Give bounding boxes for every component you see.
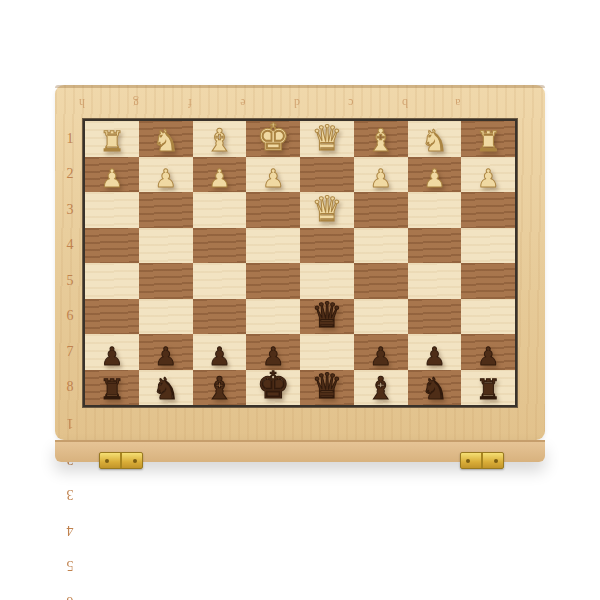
black-rook-h8[interactable]: ♜ [99,376,124,404]
left-rank-labels: 12345678 [55,121,85,405]
square-g8[interactable]: ♞ [139,370,193,406]
black-pawn-c7[interactable]: ♟ [369,344,391,369]
black-queen-d6[interactable]: ♛ [311,298,342,333]
rank-label-3: 3 [55,192,85,228]
rank-label-right-6: 6 [55,583,85,600]
square-a4[interactable] [461,228,515,264]
square-b7[interactable]: ♟ [408,334,462,370]
white-rook-h1[interactable]: ♜ [99,128,124,156]
square-a2[interactable]: ♟ [461,157,515,193]
white-queen-d3[interactable]: ♛ [311,192,342,227]
rank-label-right-3: 3 [55,476,85,512]
square-e5[interactable] [246,263,300,299]
rank-label-7: 7 [55,334,85,370]
square-g5[interactable] [139,263,193,299]
rank-label-right-4: 4 [55,512,85,548]
white-pawn-f2[interactable]: ♟ [208,166,230,191]
square-g3[interactable] [139,192,193,228]
square-h1[interactable]: ♜ [85,121,139,157]
rank-label-8: 8 [55,370,85,406]
black-pawn-f7[interactable]: ♟ [208,344,230,369]
square-b8[interactable]: ♞ [408,370,462,406]
square-b6[interactable] [408,299,462,335]
file-label-top-a: a [431,85,485,121]
square-f2[interactable]: ♟ [193,157,247,193]
square-f8[interactable]: ♝ [193,370,247,406]
square-h5[interactable] [85,263,139,299]
right-rank-labels: 12345678 [55,405,85,600]
square-c8[interactable]: ♝ [354,370,408,406]
square-e4[interactable] [246,228,300,264]
square-e1[interactable]: ♚ [246,121,300,157]
square-a5[interactable] [461,263,515,299]
rank-label-right-5: 5 [55,547,85,583]
square-a7[interactable]: ♟ [461,334,515,370]
square-e6[interactable] [246,299,300,335]
square-f6[interactable] [193,299,247,335]
hinge-joint [120,453,122,468]
white-pawn-c2[interactable]: ♟ [369,166,391,191]
square-d2[interactable] [300,157,354,193]
rank-label-5: 5 [55,263,85,299]
black-bishop-c8[interactable]: ♝ [367,373,395,404]
square-c5[interactable] [354,263,408,299]
square-c7[interactable]: ♟ [354,334,408,370]
hinge-screw [466,459,470,463]
white-king-e1[interactable]: ♚ [257,119,290,156]
hinge-screw [105,459,109,463]
black-king-e8[interactable]: ♚ [257,367,290,404]
square-c3[interactable] [354,192,408,228]
square-h4[interactable] [85,228,139,264]
rank-label-4: 4 [55,228,85,264]
square-b1[interactable]: ♞ [408,121,462,157]
white-rook-a1[interactable]: ♜ [476,128,501,156]
white-queen-d1[interactable]: ♛ [311,121,342,156]
square-g4[interactable] [139,228,193,264]
square-d8[interactable]: ♛ [300,370,354,406]
square-a1[interactable]: ♜ [461,121,515,157]
file-label-top-g: g [109,85,163,121]
square-h7[interactable]: ♟ [85,334,139,370]
square-c2[interactable]: ♟ [354,157,408,193]
hinge-screw [494,459,498,463]
square-c6[interactable] [354,299,408,335]
white-knight-b1[interactable]: ♞ [421,126,448,156]
square-e8[interactable]: ♚ [246,370,300,406]
square-c1[interactable]: ♝ [354,121,408,157]
white-pawn-g2[interactable]: ♟ [154,166,176,191]
square-f7[interactable]: ♟ [193,334,247,370]
black-queen-d8[interactable]: ♛ [311,369,342,404]
black-bishop-f8[interactable]: ♝ [205,373,233,404]
black-rook-a8[interactable]: ♜ [476,376,501,404]
square-h3[interactable] [85,192,139,228]
chess-board-grid: ♜♞♝♚♛♝♞♜♟♟♟♟♟♟♟♛♛♟♟♟♟♟♟♟♜♞♝♚♛♝♞♜ [85,121,515,405]
square-d4[interactable] [300,228,354,264]
rank-label-right-1: 1 [55,405,85,441]
black-pawn-g7[interactable]: ♟ [154,344,176,369]
file-label-top-h: h [55,85,109,121]
board-frame: hgfedcba 12345678 12345678 hgfedcba ♜♞♝♚… [55,85,545,440]
square-f3[interactable] [193,192,247,228]
white-pawn-e2[interactable]: ♟ [262,166,284,191]
square-h2[interactable]: ♟ [85,157,139,193]
square-g7[interactable]: ♟ [139,334,193,370]
black-knight-g8[interactable]: ♞ [152,374,179,404]
square-g1[interactable]: ♞ [139,121,193,157]
square-h6[interactable] [85,299,139,335]
square-b3[interactable] [408,192,462,228]
square-d1[interactable]: ♛ [300,121,354,157]
square-d3[interactable]: ♛ [300,192,354,228]
square-g2[interactable]: ♟ [139,157,193,193]
square-d7[interactable] [300,334,354,370]
square-b2[interactable]: ♟ [408,157,462,193]
square-g6[interactable] [139,299,193,335]
rank-label-1: 1 [55,121,85,157]
white-knight-g1[interactable]: ♞ [152,126,179,156]
white-bishop-c1[interactable]: ♝ [367,125,395,156]
black-pawn-b7[interactable]: ♟ [423,344,445,369]
hinge-screw [133,459,137,463]
chess-set-photo: hgfedcba 12345678 12345678 hgfedcba ♜♞♝♚… [0,0,600,600]
square-e3[interactable] [246,192,300,228]
white-bishop-f1[interactable]: ♝ [205,125,233,156]
black-knight-b8[interactable]: ♞ [421,374,448,404]
square-a3[interactable] [461,192,515,228]
black-pawn-a7[interactable]: ♟ [477,344,499,369]
brass-hinge-right [460,452,504,469]
file-label-top-b: b [378,85,432,121]
rank-label-2: 2 [55,157,85,193]
white-pawn-a2[interactable]: ♟ [477,166,499,191]
square-a6[interactable] [461,299,515,335]
black-pawn-h7[interactable]: ♟ [101,344,123,369]
white-pawn-b2[interactable]: ♟ [423,166,445,191]
square-f1[interactable]: ♝ [193,121,247,157]
square-b5[interactable] [408,263,462,299]
square-a8[interactable]: ♜ [461,370,515,406]
square-b4[interactable] [408,228,462,264]
rank-label-6: 6 [55,299,85,335]
file-label-top-c: c [324,85,378,121]
white-pawn-h2[interactable]: ♟ [101,166,123,191]
square-e2[interactable]: ♟ [246,157,300,193]
square-f4[interactable] [193,228,247,264]
brass-hinge-left [99,452,143,469]
file-label-top-f: f [163,85,217,121]
square-d6[interactable]: ♛ [300,299,354,335]
square-f5[interactable] [193,263,247,299]
square-h8[interactable]: ♜ [85,370,139,406]
square-c4[interactable] [354,228,408,264]
hinge-joint [481,453,483,468]
square-d5[interactable] [300,263,354,299]
